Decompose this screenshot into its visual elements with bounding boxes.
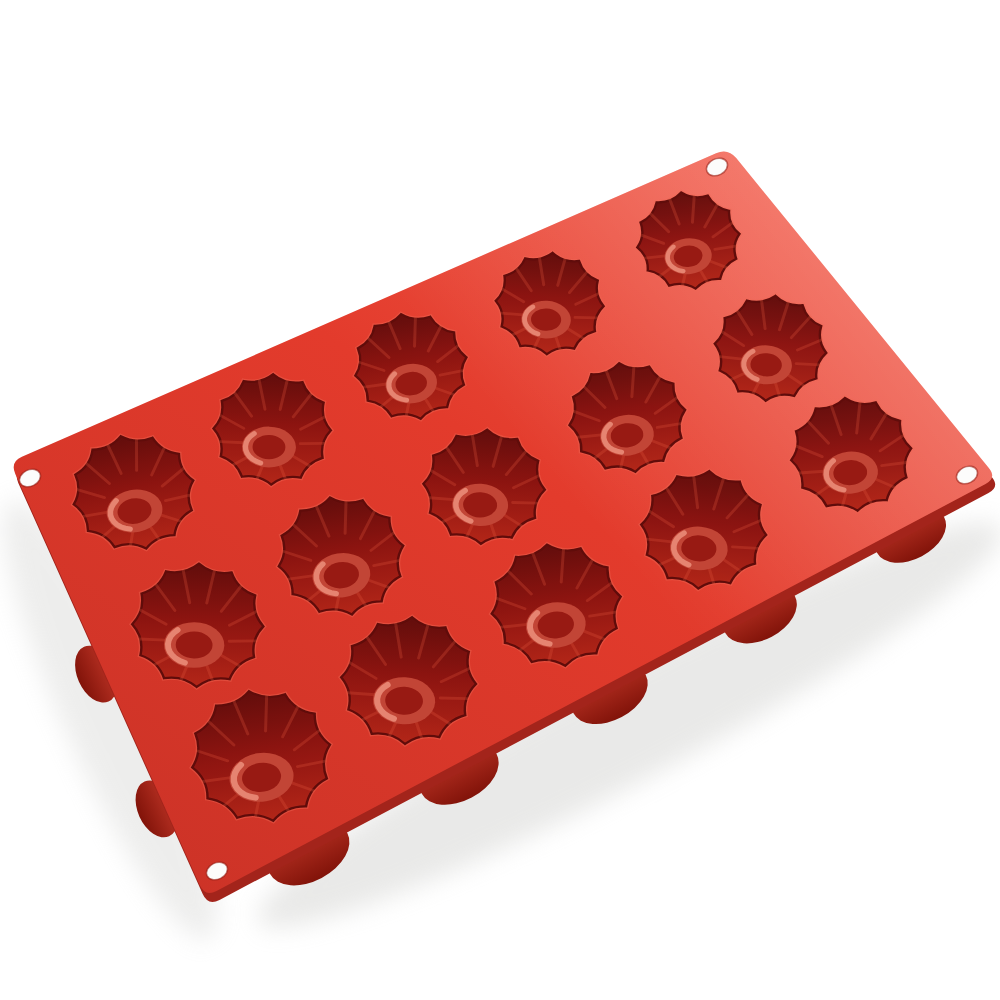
cavity-rib bbox=[229, 640, 256, 641]
cavity-rib bbox=[501, 313, 523, 315]
cavity-rib bbox=[348, 693, 375, 695]
cavity-rib bbox=[139, 639, 166, 640]
photo-canvas bbox=[0, 0, 1000, 1000]
cavity-rib bbox=[440, 697, 467, 699]
cavity-rib bbox=[513, 502, 538, 504]
product-photo bbox=[0, 0, 1000, 1000]
cavity-rib bbox=[429, 498, 454, 500]
cavity-rib bbox=[300, 443, 324, 444]
cavity-rib bbox=[796, 363, 819, 366]
cavity-rib bbox=[575, 317, 597, 319]
cavity-rib bbox=[220, 442, 244, 443]
